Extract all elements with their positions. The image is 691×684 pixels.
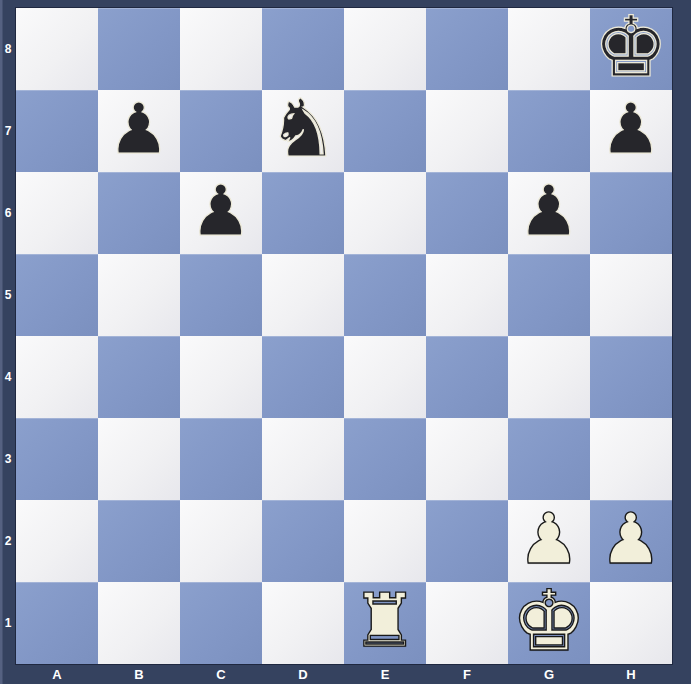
- square-h5[interactable]: [590, 254, 672, 336]
- rank-label-3: 3: [0, 418, 16, 500]
- rank-label-8: 8: [0, 8, 16, 90]
- file-label-b: B: [98, 664, 180, 684]
- piece-black-pawn[interactable]: ♟: [518, 176, 581, 246]
- square-h8[interactable]: ♚: [590, 8, 672, 90]
- square-b3[interactable]: [98, 418, 180, 500]
- square-a4[interactable]: [16, 336, 98, 418]
- square-f5[interactable]: [426, 254, 508, 336]
- square-b2[interactable]: [98, 500, 180, 582]
- square-g1[interactable]: ♚: [508, 582, 590, 664]
- chess-board: ♚♟♞♟♟♟♟♟♜♚: [16, 8, 672, 664]
- square-g6[interactable]: ♟: [508, 172, 590, 254]
- square-a1[interactable]: [16, 582, 98, 664]
- piece-black-pawn[interactable]: ♟: [108, 94, 171, 164]
- square-f1[interactable]: [426, 582, 508, 664]
- square-d7[interactable]: ♞: [262, 90, 344, 172]
- chess-board-frame: 87654321 ♚♟♞♟♟♟♟♟♜♚ ABCDEFGH: [0, 0, 691, 684]
- square-h2[interactable]: ♟: [590, 500, 672, 582]
- rank-label-6: 6: [0, 172, 16, 254]
- square-b4[interactable]: [98, 336, 180, 418]
- square-b5[interactable]: [98, 254, 180, 336]
- square-a7[interactable]: [16, 90, 98, 172]
- square-d2[interactable]: [262, 500, 344, 582]
- square-d3[interactable]: [262, 418, 344, 500]
- piece-white-pawn[interactable]: ♟: [600, 504, 663, 574]
- square-g2[interactable]: ♟: [508, 500, 590, 582]
- square-a3[interactable]: [16, 418, 98, 500]
- square-c1[interactable]: [180, 582, 262, 664]
- square-c6[interactable]: ♟: [180, 172, 262, 254]
- square-h7[interactable]: ♟: [590, 90, 672, 172]
- square-d6[interactable]: [262, 172, 344, 254]
- rank-label-5: 5: [0, 254, 16, 336]
- square-b1[interactable]: [98, 582, 180, 664]
- square-e3[interactable]: [344, 418, 426, 500]
- square-c2[interactable]: [180, 500, 262, 582]
- square-a8[interactable]: [16, 8, 98, 90]
- square-c3[interactable]: [180, 418, 262, 500]
- file-label-a: A: [16, 664, 98, 684]
- file-label-e: E: [344, 664, 426, 684]
- square-e8[interactable]: [344, 8, 426, 90]
- square-a2[interactable]: [16, 500, 98, 582]
- square-h6[interactable]: [590, 172, 672, 254]
- square-b7[interactable]: ♟: [98, 90, 180, 172]
- file-label-h: H: [590, 664, 672, 684]
- square-c7[interactable]: [180, 90, 262, 172]
- square-e4[interactable]: [344, 336, 426, 418]
- square-e5[interactable]: [344, 254, 426, 336]
- piece-white-rook[interactable]: ♜: [352, 584, 418, 658]
- square-e6[interactable]: [344, 172, 426, 254]
- square-b6[interactable]: [98, 172, 180, 254]
- file-label-d: D: [262, 664, 344, 684]
- square-f8[interactable]: [426, 8, 508, 90]
- square-h1[interactable]: [590, 582, 672, 664]
- file-labels: ABCDEFGH: [16, 664, 672, 684]
- square-d8[interactable]: [262, 8, 344, 90]
- piece-black-pawn[interactable]: ♟: [190, 176, 253, 246]
- square-d5[interactable]: [262, 254, 344, 336]
- piece-white-pawn[interactable]: ♟: [518, 504, 581, 574]
- square-a6[interactable]: [16, 172, 98, 254]
- square-h4[interactable]: [590, 336, 672, 418]
- piece-black-pawn[interactable]: ♟: [600, 94, 663, 164]
- square-a5[interactable]: [16, 254, 98, 336]
- square-e2[interactable]: [344, 500, 426, 582]
- square-f7[interactable]: [426, 90, 508, 172]
- square-d4[interactable]: [262, 336, 344, 418]
- square-b8[interactable]: [98, 8, 180, 90]
- rank-label-4: 4: [0, 336, 16, 418]
- file-label-f: F: [426, 664, 508, 684]
- piece-white-king[interactable]: ♚: [511, 579, 586, 663]
- square-g5[interactable]: [508, 254, 590, 336]
- square-f2[interactable]: [426, 500, 508, 582]
- square-g4[interactable]: [508, 336, 590, 418]
- square-d1[interactable]: [262, 582, 344, 664]
- file-label-c: C: [180, 664, 262, 684]
- square-g8[interactable]: [508, 8, 590, 90]
- rank-labels: 87654321: [0, 8, 16, 664]
- piece-black-knight[interactable]: ♞: [267, 89, 339, 169]
- piece-black-king[interactable]: ♚: [593, 5, 668, 89]
- square-g3[interactable]: [508, 418, 590, 500]
- square-e7[interactable]: [344, 90, 426, 172]
- square-g7[interactable]: [508, 90, 590, 172]
- square-f6[interactable]: [426, 172, 508, 254]
- square-e1[interactable]: ♜: [344, 582, 426, 664]
- square-c8[interactable]: [180, 8, 262, 90]
- rank-label-7: 7: [0, 90, 16, 172]
- square-c4[interactable]: [180, 336, 262, 418]
- square-h3[interactable]: [590, 418, 672, 500]
- square-f4[interactable]: [426, 336, 508, 418]
- file-label-g: G: [508, 664, 590, 684]
- rank-label-2: 2: [0, 500, 16, 582]
- square-f3[interactable]: [426, 418, 508, 500]
- rank-label-1: 1: [0, 582, 16, 664]
- square-c5[interactable]: [180, 254, 262, 336]
